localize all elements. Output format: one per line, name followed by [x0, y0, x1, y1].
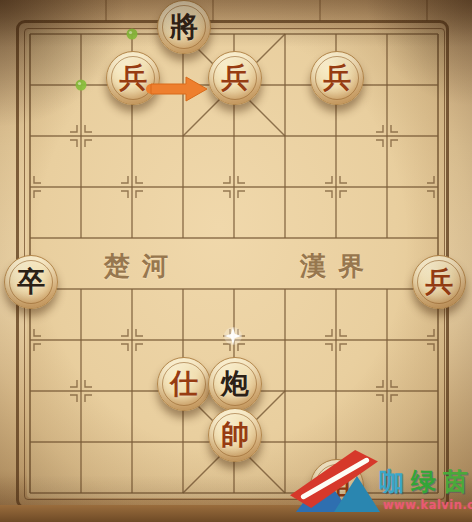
red-advisor[interactable]: 仕	[157, 357, 211, 411]
xiangqi-board-screen: 楚河 漢界 將兵兵兵卒兵仕炮帥相 咖绿茵 www.kalvin.cn	[0, 0, 472, 522]
black-cannon-glyph: 炮	[209, 358, 261, 410]
red-soldier-i[interactable]: 兵	[412, 255, 466, 309]
black-soldier[interactable]: 卒	[4, 255, 58, 309]
board-bottom-edge	[0, 505, 472, 522]
black-general-glyph: 將	[158, 1, 210, 53]
red-soldier-c[interactable]: 兵	[106, 51, 160, 105]
red-soldier-e[interactable]: 兵	[208, 51, 262, 105]
black-soldier-glyph: 卒	[5, 256, 57, 308]
red-soldier-g[interactable]: 兵	[310, 51, 364, 105]
red-soldier-e-glyph: 兵	[209, 52, 261, 104]
black-general[interactable]: 將	[157, 0, 211, 54]
red-general-glyph: 帥	[209, 409, 261, 461]
red-general[interactable]: 帥	[208, 408, 262, 462]
red-soldier-c-glyph: 兵	[107, 52, 159, 104]
red-advisor-glyph: 仕	[158, 358, 210, 410]
red-soldier-g-glyph: 兵	[311, 52, 363, 104]
black-cannon[interactable]: 炮	[208, 357, 262, 411]
river-label-han-jie: 漢界	[300, 249, 376, 284]
red-soldier-i-glyph: 兵	[413, 256, 465, 308]
river-label-chu-he: 楚河	[104, 249, 180, 284]
